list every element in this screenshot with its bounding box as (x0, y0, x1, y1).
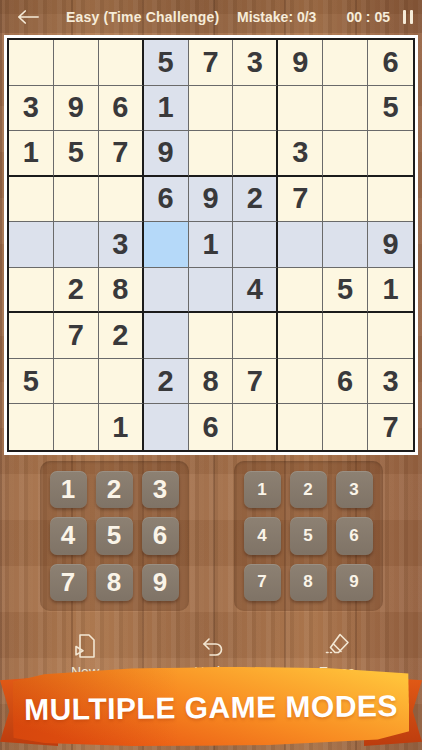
cell-r6c7[interactable] (278, 268, 323, 314)
cell-r7c5[interactable] (189, 313, 234, 359)
cell-r2c1[interactable]: 3 (9, 86, 54, 132)
cell-r8c7[interactable] (278, 359, 323, 405)
cell-r7c6[interactable] (233, 313, 278, 359)
cell-r8c5[interactable]: 8 (189, 359, 234, 405)
cell-r9c7[interactable] (278, 404, 323, 450)
ribbon-body: MULTIPLE GAME MODES (13, 665, 410, 748)
cell-r8c8[interactable]: 6 (323, 359, 368, 405)
erase-icon (322, 631, 352, 661)
cell-r4c5[interactable]: 9 (189, 177, 234, 223)
top-bar: Easy (Time Challenge) Mistake: 0/3 00 : … (0, 0, 422, 33)
cell-r9c1[interactable] (9, 404, 54, 450)
promo-banner: MULTIPLE GAME MODES (0, 660, 422, 750)
cell-r3c3[interactable]: 7 (99, 131, 144, 177)
cell-r1c4[interactable]: 5 (144, 40, 189, 86)
cell-r2c2[interactable]: 9 (54, 86, 99, 132)
numpad-main-panel: 123456789 (40, 461, 189, 611)
notes-key-6[interactable]: 6 (336, 517, 373, 554)
numpad-key-8[interactable]: 8 (96, 564, 133, 601)
cell-r9c9[interactable]: 7 (368, 404, 413, 450)
cell-r2c4[interactable]: 1 (144, 86, 189, 132)
cell-r5c1[interactable] (9, 222, 54, 268)
numpad-notes-panel: 123456789 (234, 461, 383, 611)
notes-key-4[interactable]: 4 (244, 517, 281, 554)
notes-key-1[interactable]: 1 (244, 471, 281, 508)
cell-r3c4[interactable]: 9 (144, 131, 189, 177)
cell-r3c2[interactable]: 5 (54, 131, 99, 177)
cell-r1c1[interactable] (9, 40, 54, 86)
pause-button[interactable] (403, 6, 413, 28)
cell-r4c4[interactable]: 6 (144, 177, 189, 223)
cell-r6c9[interactable]: 1 (368, 268, 413, 314)
cell-r1c8[interactable] (323, 40, 368, 86)
cell-r2c7[interactable] (278, 86, 323, 132)
notes-key-5[interactable]: 5 (290, 517, 327, 554)
cell-r7c7[interactable] (278, 313, 323, 359)
cell-r3c1[interactable]: 1 (9, 131, 54, 177)
cell-r5c9[interactable]: 9 (368, 222, 413, 268)
numpad-key-7[interactable]: 7 (50, 564, 87, 601)
numpad-key-4[interactable]: 4 (50, 517, 87, 554)
cell-r3c7[interactable]: 3 (278, 131, 323, 177)
cell-r6c1[interactable] (9, 268, 54, 314)
cell-r7c2[interactable]: 7 (54, 313, 99, 359)
sudoku-app-screen: Easy (Time Challenge) Mistake: 0/3 00 : … (0, 0, 422, 750)
cell-r9c3[interactable]: 1 (99, 404, 144, 450)
cell-r7c9[interactable] (368, 313, 413, 359)
cell-r1c3[interactable] (99, 40, 144, 86)
numpad-key-3[interactable]: 3 (142, 471, 179, 508)
cell-r1c2[interactable] (54, 40, 99, 86)
new-game-icon (70, 631, 100, 661)
timer: 00 : 05 (346, 9, 390, 25)
cell-r2c5[interactable] (189, 86, 234, 132)
cell-r5c7[interactable] (278, 222, 323, 268)
cell-r1c5[interactable]: 7 (189, 40, 234, 86)
notes-key-3[interactable]: 3 (336, 471, 373, 508)
cell-r5c8[interactable] (323, 222, 368, 268)
cell-r5c6[interactable] (233, 222, 278, 268)
cell-r5c4[interactable] (144, 222, 189, 268)
cell-r7c8[interactable] (323, 313, 368, 359)
cell-r8c3[interactable] (99, 359, 144, 405)
cell-r8c6[interactable]: 7 (233, 359, 278, 405)
cell-r5c5[interactable]: 1 (189, 222, 234, 268)
numpad-area: 123456789 123456789 (0, 461, 422, 611)
cell-r4c7[interactable]: 7 (278, 177, 323, 223)
cell-r8c1[interactable]: 5 (9, 359, 54, 405)
numpad-key-2[interactable]: 2 (96, 471, 133, 508)
pause-icon (403, 10, 406, 24)
cell-r7c4[interactable] (144, 313, 189, 359)
notes-key-8[interactable]: 8 (290, 564, 327, 601)
sudoku-grid: 57396396151579369273192845172528763167 (7, 38, 415, 452)
cell-r2c8[interactable] (323, 86, 368, 132)
pause-icon (410, 10, 413, 24)
undo-icon (196, 631, 226, 661)
cell-r4c2[interactable] (54, 177, 99, 223)
cell-r8c9[interactable]: 3 (368, 359, 413, 405)
cell-r6c4[interactable] (144, 268, 189, 314)
cell-r8c2[interactable] (54, 359, 99, 405)
cell-r6c5[interactable] (189, 268, 234, 314)
cell-r2c6[interactable] (233, 86, 278, 132)
cell-r3c8[interactable] (323, 131, 368, 177)
cell-r3c5[interactable] (189, 131, 234, 177)
numpad-key-9[interactable]: 9 (142, 564, 179, 601)
notes-key-2[interactable]: 2 (290, 471, 327, 508)
cell-r4c1[interactable] (9, 177, 54, 223)
cell-r3c6[interactable] (233, 131, 278, 177)
difficulty-title: Easy (Time Challenge) (66, 9, 219, 25)
cell-r2c9[interactable]: 5 (368, 86, 413, 132)
cell-r2c3[interactable]: 6 (99, 86, 144, 132)
cell-r1c6[interactable]: 3 (233, 40, 278, 86)
notes-key-7[interactable]: 7 (244, 564, 281, 601)
cell-r9c4[interactable] (144, 404, 189, 450)
cell-r5c3[interactable]: 3 (99, 222, 144, 268)
cell-r1c7[interactable]: 9 (278, 40, 323, 86)
back-button[interactable] (0, 8, 40, 26)
cell-r4c8[interactable] (323, 177, 368, 223)
cell-r4c3[interactable] (99, 177, 144, 223)
cell-r3c9[interactable] (368, 131, 413, 177)
cell-r6c8[interactable]: 5 (323, 268, 368, 314)
cell-r6c6[interactable]: 4 (233, 268, 278, 314)
numpad-key-5[interactable]: 5 (96, 517, 133, 554)
numpad-key-1[interactable]: 1 (50, 471, 87, 508)
cell-r8c4[interactable]: 2 (144, 359, 189, 405)
notes-key-9[interactable]: 9 (336, 564, 373, 601)
cell-r4c6[interactable]: 2 (233, 177, 278, 223)
cell-r9c8[interactable] (323, 404, 368, 450)
cell-r5c2[interactable] (54, 222, 99, 268)
cell-r6c2[interactable]: 2 (54, 268, 99, 314)
back-arrow-icon (16, 8, 40, 26)
cell-r9c6[interactable] (233, 404, 278, 450)
board-panel: 57396396151579369273192845172528763167 (4, 35, 418, 455)
mistake-counter: Mistake: 0/3 (237, 9, 316, 25)
cell-r7c3[interactable]: 2 (99, 313, 144, 359)
cell-r9c5[interactable]: 6 (189, 404, 234, 450)
cell-r4c9[interactable] (368, 177, 413, 223)
cell-r1c9[interactable]: 6 (368, 40, 413, 86)
cell-r9c2[interactable] (54, 404, 99, 450)
cell-r7c1[interactable] (9, 313, 54, 359)
promo-banner-text: MULTIPLE GAME MODES (24, 687, 398, 727)
cell-r6c3[interactable]: 8 (99, 268, 144, 314)
numpad-key-6[interactable]: 6 (142, 517, 179, 554)
